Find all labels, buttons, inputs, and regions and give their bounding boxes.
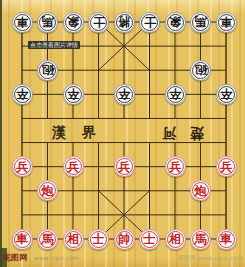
piece-glyph: 車 (220, 16, 232, 28)
piece-black-卒[interactable]: 卒 (63, 84, 84, 105)
piece-glyph: 兵 (118, 161, 130, 173)
piece-black-象[interactable]: 象 (165, 12, 186, 33)
piece-glyph: 相 (169, 233, 181, 245)
piece-red-帥[interactable]: 帥 (114, 229, 135, 250)
xiangqi-board-photo: 漢界 楚河 車馬象士將士象馬車砲砲卒卒卒卒卒兵兵兵兵兵炮炮車馬相士帥士相馬車 点… (0, 0, 245, 267)
piece-glyph: 相 (67, 233, 79, 245)
piece-glyph: 馬 (42, 233, 54, 245)
piece-black-砲[interactable]: 砲 (37, 60, 58, 81)
piece-red-車[interactable]: 車 (12, 229, 33, 250)
piece-black-車[interactable]: 車 (216, 12, 237, 33)
piece-glyph: 砲 (42, 64, 54, 76)
piece-glyph: 車 (220, 233, 232, 245)
piece-red-士[interactable]: 士 (88, 229, 109, 250)
piece-black-象[interactable]: 象 (63, 12, 84, 33)
river-label-chu-he: 楚河 (148, 122, 204, 144)
piece-black-卒[interactable]: 卒 (165, 84, 186, 105)
piece-glyph: 士 (144, 233, 156, 245)
piece-glyph: 馬 (42, 16, 54, 28)
piece-glyph: 兵 (16, 161, 28, 173)
piece-red-兵[interactable]: 兵 (63, 156, 84, 177)
piece-black-卒[interactable]: 卒 (216, 84, 237, 105)
piece-glyph: 車 (16, 233, 28, 245)
piece-glyph: 帥 (118, 233, 130, 245)
piece-black-馬[interactable]: 馬 (190, 12, 211, 33)
piece-red-車[interactable]: 車 (216, 229, 237, 250)
piece-glyph: 炮 (195, 185, 207, 197)
piece-black-卒[interactable]: 卒 (114, 84, 135, 105)
piece-black-車[interactable]: 車 (12, 12, 33, 33)
piece-glyph: 兵 (169, 161, 181, 173)
piece-red-兵[interactable]: 兵 (12, 156, 33, 177)
piece-red-相[interactable]: 相 (165, 229, 186, 250)
piece-glyph: 卒 (220, 88, 232, 100)
watermark-url: www.nipic.com (34, 251, 79, 265)
watermark-right-text: 昵图网 www.nipic.com (178, 251, 243, 265)
piece-black-將[interactable]: 將 (114, 12, 135, 33)
piece-glyph: 砲 (195, 64, 207, 76)
piece-black-士[interactable]: 士 (88, 12, 109, 33)
piece-red-兵[interactable]: 兵 (165, 156, 186, 177)
piece-glyph: 馬 (195, 16, 207, 28)
piece-red-馬[interactable]: 馬 (37, 229, 58, 250)
piece-red-相[interactable]: 相 (63, 229, 84, 250)
watermark-site-name: 昵图网 (3, 251, 27, 265)
watermark-bar: 昵图网 www.nipic.com 昵图网 www.nipic.com (0, 251, 245, 265)
piece-red-馬[interactable]: 馬 (190, 229, 211, 250)
piece-black-士[interactable]: 士 (139, 12, 160, 33)
piece-glyph: 將 (118, 16, 130, 28)
view-detail-badge[interactable]: 点击查看图片详情 (28, 41, 80, 49)
river-label-han-jie: 漢界 (52, 122, 112, 144)
piece-glyph: 炮 (42, 185, 54, 197)
image-left-edge (0, 0, 2, 267)
piece-glyph: 象 (169, 16, 181, 28)
piece-glyph: 卒 (67, 88, 79, 100)
piece-red-兵[interactable]: 兵 (114, 156, 135, 177)
piece-glyph: 卒 (169, 88, 181, 100)
piece-glyph: 兵 (220, 161, 232, 173)
piece-glyph: 士 (93, 16, 105, 28)
piece-glyph: 兵 (67, 161, 79, 173)
piece-black-卒[interactable]: 卒 (12, 84, 33, 105)
piece-glyph: 馬 (195, 233, 207, 245)
piece-red-兵[interactable]: 兵 (216, 156, 237, 177)
piece-red-士[interactable]: 士 (139, 229, 160, 250)
piece-black-馬[interactable]: 馬 (37, 12, 58, 33)
piece-glyph: 士 (144, 16, 156, 28)
piece-glyph: 象 (67, 16, 79, 28)
piece-black-砲[interactable]: 砲 (190, 60, 211, 81)
piece-glyph: 卒 (16, 88, 28, 100)
piece-glyph: 車 (16, 16, 28, 28)
piece-glyph: 卒 (118, 88, 130, 100)
piece-glyph: 士 (93, 233, 105, 245)
